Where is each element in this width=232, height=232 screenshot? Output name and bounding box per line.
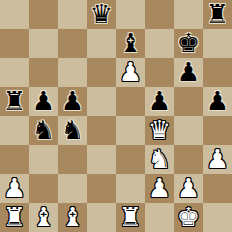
square-c6[interactable] xyxy=(58,58,87,87)
square-b6[interactable] xyxy=(29,58,58,87)
square-g8[interactable] xyxy=(174,0,203,29)
square-c8[interactable] xyxy=(58,0,87,29)
square-h4[interactable] xyxy=(203,116,232,145)
square-e5[interactable] xyxy=(116,87,145,116)
square-g2[interactable]: ♟ xyxy=(174,174,203,203)
square-f5[interactable]: ♟ xyxy=(145,87,174,116)
square-b8[interactable] xyxy=(29,0,58,29)
black-pawn: ♟ xyxy=(61,87,84,116)
square-f3[interactable]: ♞ xyxy=(145,145,174,174)
square-e1[interactable]: ♜ xyxy=(116,203,145,232)
square-d6[interactable] xyxy=(87,58,116,87)
square-h7[interactable] xyxy=(203,29,232,58)
square-e6[interactable]: ♟ xyxy=(116,58,145,87)
square-h3[interactable]: ♟ xyxy=(203,145,232,174)
black-queen: ♛ xyxy=(90,0,113,29)
white-knight: ♞ xyxy=(148,145,171,174)
square-d3[interactable] xyxy=(87,145,116,174)
square-a7[interactable] xyxy=(0,29,29,58)
square-a6[interactable] xyxy=(0,58,29,87)
square-a4[interactable] xyxy=(0,116,29,145)
square-g1[interactable]: ♚ xyxy=(174,203,203,232)
black-knight: ♞ xyxy=(32,116,55,145)
square-c1[interactable]: ♝ xyxy=(58,203,87,232)
black-rook: ♜ xyxy=(206,0,229,29)
square-h8[interactable]: ♜ xyxy=(203,0,232,29)
black-pawn: ♟ xyxy=(177,58,200,87)
square-b4[interactable]: ♞ xyxy=(29,116,58,145)
square-b5[interactable]: ♟ xyxy=(29,87,58,116)
square-c4[interactable]: ♞ xyxy=(58,116,87,145)
square-d2[interactable] xyxy=(87,174,116,203)
black-king: ♚ xyxy=(177,29,200,58)
square-g7[interactable]: ♚ xyxy=(174,29,203,58)
square-e3[interactable] xyxy=(116,145,145,174)
white-king: ♚ xyxy=(177,203,200,232)
square-b2[interactable] xyxy=(29,174,58,203)
square-g4[interactable] xyxy=(174,116,203,145)
square-b1[interactable]: ♝ xyxy=(29,203,58,232)
square-h2[interactable] xyxy=(203,174,232,203)
square-h5[interactable]: ♟ xyxy=(203,87,232,116)
square-h6[interactable] xyxy=(203,58,232,87)
square-h1[interactable] xyxy=(203,203,232,232)
square-a8[interactable] xyxy=(0,0,29,29)
white-bishop: ♝ xyxy=(61,203,84,232)
square-f8[interactable] xyxy=(145,0,174,29)
white-pawn: ♟ xyxy=(148,174,171,203)
square-a5[interactable]: ♜ xyxy=(0,87,29,116)
black-pawn: ♟ xyxy=(206,87,229,116)
white-pawn: ♟ xyxy=(3,174,26,203)
square-e2[interactable] xyxy=(116,174,145,203)
white-pawn: ♟ xyxy=(177,174,200,203)
white-rook: ♜ xyxy=(3,203,26,232)
square-e4[interactable] xyxy=(116,116,145,145)
white-pawn: ♟ xyxy=(119,58,142,87)
square-d1[interactable] xyxy=(87,203,116,232)
square-f1[interactable] xyxy=(145,203,174,232)
square-c3[interactable] xyxy=(58,145,87,174)
square-f7[interactable] xyxy=(145,29,174,58)
chessboard: ♛♜♝♚♟♟♜♟♟♟♟♞♞♛♞♟♟♟♟♜♝♝♜♚ xyxy=(0,0,232,232)
black-pawn: ♟ xyxy=(32,87,55,116)
square-a1[interactable]: ♜ xyxy=(0,203,29,232)
black-bishop: ♝ xyxy=(119,29,142,58)
square-f6[interactable] xyxy=(145,58,174,87)
black-rook: ♜ xyxy=(3,87,26,116)
square-b7[interactable] xyxy=(29,29,58,58)
square-a3[interactable] xyxy=(0,145,29,174)
black-knight: ♞ xyxy=(61,116,84,145)
black-pawn: ♟ xyxy=(148,87,171,116)
square-g3[interactable] xyxy=(174,145,203,174)
square-d4[interactable] xyxy=(87,116,116,145)
white-bishop: ♝ xyxy=(32,203,55,232)
square-d5[interactable] xyxy=(87,87,116,116)
white-queen: ♛ xyxy=(148,116,171,145)
square-c2[interactable] xyxy=(58,174,87,203)
square-c7[interactable] xyxy=(58,29,87,58)
white-pawn: ♟ xyxy=(206,145,229,174)
square-a2[interactable]: ♟ xyxy=(0,174,29,203)
square-f2[interactable]: ♟ xyxy=(145,174,174,203)
square-d7[interactable] xyxy=(87,29,116,58)
square-f4[interactable]: ♛ xyxy=(145,116,174,145)
square-c5[interactable]: ♟ xyxy=(58,87,87,116)
square-e7[interactable]: ♝ xyxy=(116,29,145,58)
square-d8[interactable]: ♛ xyxy=(87,0,116,29)
white-rook: ♜ xyxy=(119,203,142,232)
square-e8[interactable] xyxy=(116,0,145,29)
square-g6[interactable]: ♟ xyxy=(174,58,203,87)
square-b3[interactable] xyxy=(29,145,58,174)
square-g5[interactable] xyxy=(174,87,203,116)
